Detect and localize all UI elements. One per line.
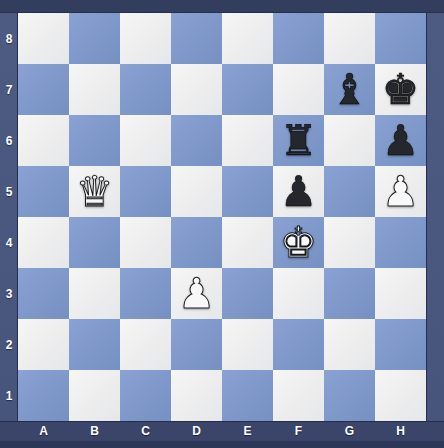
square-f5[interactable]: ♟ (273, 166, 324, 217)
square-e4[interactable] (222, 217, 273, 268)
square-g1[interactable] (324, 370, 375, 421)
square-a1[interactable] (18, 370, 69, 421)
square-c6[interactable] (120, 115, 171, 166)
piece-white-pawn[interactable]: ♟ (171, 268, 222, 319)
square-g3[interactable] (324, 268, 375, 319)
file-labels: ABCDEFGH (18, 421, 426, 441)
file-label-h: H (375, 421, 426, 441)
rank-label-5: 5 (0, 166, 18, 217)
rank-labels: 87654321 (0, 13, 18, 421)
board-frame-top (0, 0, 444, 13)
square-h2[interactable] (375, 319, 426, 370)
square-b7[interactable] (69, 64, 120, 115)
square-f1[interactable] (273, 370, 324, 421)
piece-black-pawn[interactable]: ♟ (375, 115, 426, 166)
file-label-e: E (222, 421, 273, 441)
square-b6[interactable] (69, 115, 120, 166)
square-b4[interactable] (69, 217, 120, 268)
chessboard-frame: 87654321 ♝♚♜♟♛♟♟♚♟ ABCDEFGH (0, 0, 444, 448)
board-frame-right (426, 13, 444, 421)
piece-black-bishop[interactable]: ♝ (324, 64, 375, 115)
square-d1[interactable] (171, 370, 222, 421)
rank-label-1: 1 (0, 370, 18, 421)
rank-label-3: 3 (0, 268, 18, 319)
square-b1[interactable] (69, 370, 120, 421)
square-b8[interactable] (69, 13, 120, 64)
square-a7[interactable] (18, 64, 69, 115)
rank-label-8: 8 (0, 13, 18, 64)
square-e6[interactable] (222, 115, 273, 166)
square-h7[interactable]: ♚ (375, 64, 426, 115)
piece-white-pawn[interactable]: ♟ (375, 166, 426, 217)
square-h3[interactable] (375, 268, 426, 319)
square-c8[interactable] (120, 13, 171, 64)
square-d3[interactable]: ♟ (171, 268, 222, 319)
square-d7[interactable] (171, 64, 222, 115)
piece-black-pawn[interactable]: ♟ (273, 166, 324, 217)
square-e5[interactable] (222, 166, 273, 217)
file-label-a: A (18, 421, 69, 441)
square-c3[interactable] (120, 268, 171, 319)
square-h4[interactable] (375, 217, 426, 268)
square-e7[interactable] (222, 64, 273, 115)
square-a8[interactable] (18, 13, 69, 64)
square-c5[interactable] (120, 166, 171, 217)
board-frame-bottom-edge (0, 441, 444, 448)
square-a2[interactable] (18, 319, 69, 370)
square-e8[interactable] (222, 13, 273, 64)
square-h5[interactable]: ♟ (375, 166, 426, 217)
square-e3[interactable] (222, 268, 273, 319)
file-label-c: C (120, 421, 171, 441)
square-c7[interactable] (120, 64, 171, 115)
square-d2[interactable] (171, 319, 222, 370)
square-d8[interactable] (171, 13, 222, 64)
piece-white-king[interactable]: ♚ (273, 217, 324, 268)
square-a3[interactable] (18, 268, 69, 319)
square-g6[interactable] (324, 115, 375, 166)
square-b3[interactable] (69, 268, 120, 319)
square-h8[interactable] (375, 13, 426, 64)
file-label-g: G (324, 421, 375, 441)
square-a4[interactable] (18, 217, 69, 268)
square-f8[interactable] (273, 13, 324, 64)
square-f6[interactable]: ♜ (273, 115, 324, 166)
rank-label-6: 6 (0, 115, 18, 166)
square-h6[interactable]: ♟ (375, 115, 426, 166)
square-g4[interactable] (324, 217, 375, 268)
square-d4[interactable] (171, 217, 222, 268)
square-h1[interactable] (375, 370, 426, 421)
rank-label-2: 2 (0, 319, 18, 370)
piece-white-queen[interactable]: ♛ (69, 166, 120, 217)
square-g7[interactable]: ♝ (324, 64, 375, 115)
square-c1[interactable] (120, 370, 171, 421)
square-f2[interactable] (273, 319, 324, 370)
square-c4[interactable] (120, 217, 171, 268)
square-d5[interactable] (171, 166, 222, 217)
square-g5[interactable] (324, 166, 375, 217)
square-e2[interactable] (222, 319, 273, 370)
square-f7[interactable] (273, 64, 324, 115)
square-f4[interactable]: ♚ (273, 217, 324, 268)
square-f3[interactable] (273, 268, 324, 319)
square-g8[interactable] (324, 13, 375, 64)
board-squares: ♝♚♜♟♛♟♟♚♟ (18, 13, 426, 421)
square-b2[interactable] (69, 319, 120, 370)
file-label-d: D (171, 421, 222, 441)
file-label-f: F (273, 421, 324, 441)
square-c2[interactable] (120, 319, 171, 370)
square-a5[interactable] (18, 166, 69, 217)
square-a6[interactable] (18, 115, 69, 166)
square-b5[interactable]: ♛ (69, 166, 120, 217)
square-g2[interactable] (324, 319, 375, 370)
piece-black-king[interactable]: ♚ (375, 64, 426, 115)
rank-label-7: 7 (0, 64, 18, 115)
file-label-b: B (69, 421, 120, 441)
square-e1[interactable] (222, 370, 273, 421)
square-d6[interactable] (171, 115, 222, 166)
piece-black-rook[interactable]: ♜ (273, 115, 324, 166)
rank-label-4: 4 (0, 217, 18, 268)
